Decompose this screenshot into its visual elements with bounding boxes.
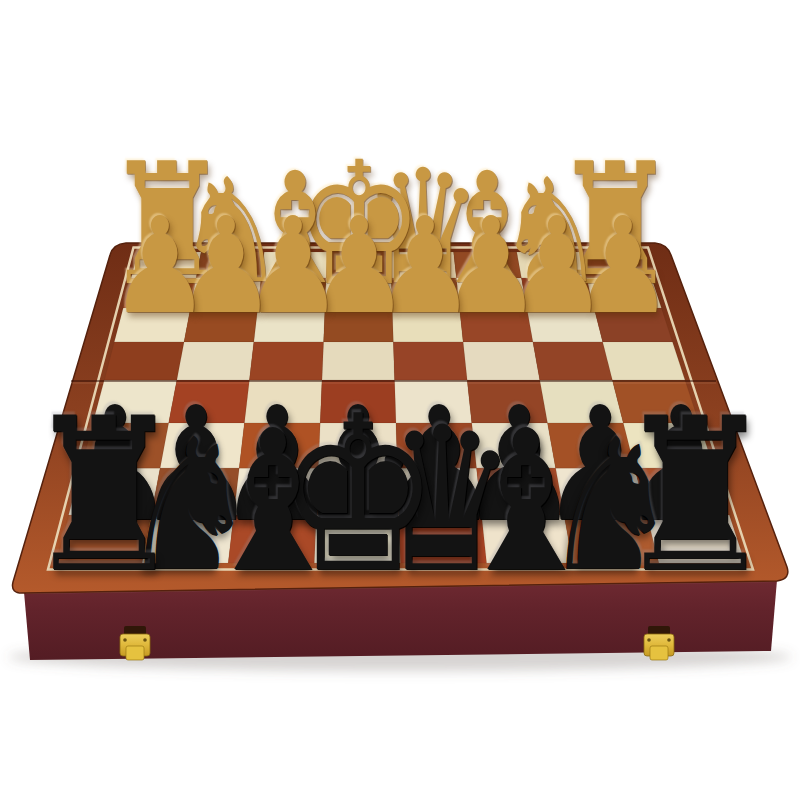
piece-black-rook-h8[interactable]: ♜	[24, 390, 186, 602]
chess-set-photo: ♜♞♝♛♚♝♞♜♟♟♟♟♟♟♟♟♟♟♟♟♟♟♟♟♜♞♝♛♚♝♞♜	[0, 0, 800, 800]
piece-white-pawn-h2[interactable]: ♟	[110, 199, 211, 332]
pieces-layer: ♜♞♝♛♚♝♞♜♟♟♟♟♟♟♟♟♟♟♟♟♟♟♟♟♜♞♝♛♚♝♞♜	[0, 0, 800, 800]
